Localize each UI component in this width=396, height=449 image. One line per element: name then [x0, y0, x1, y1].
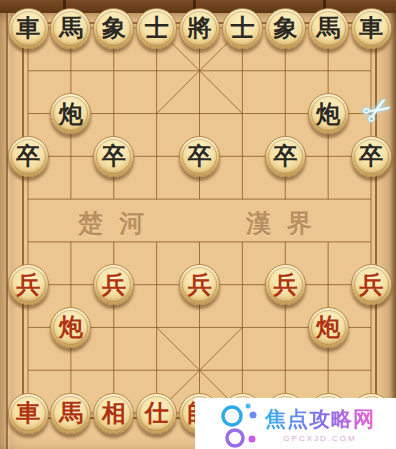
piece-red-elephant[interactable]: 相: [93, 393, 134, 434]
watermark-site-name: 焦点攻略网: [265, 405, 375, 433]
watermark-bubbles-logo: [209, 400, 261, 448]
piece-red-soldier[interactable]: 兵: [179, 264, 220, 305]
xiangqi-game-screen: 楚河 漢界 車馬象士將士象馬車炮炮卒卒卒卒卒兵兵兵兵兵炮炮車馬相仕帥仕相馬車 ✂…: [0, 0, 396, 449]
piece-black-chariot[interactable]: 車: [351, 8, 392, 49]
piece-red-cannon[interactable]: 炮: [308, 307, 349, 348]
piece-red-soldier[interactable]: 兵: [8, 264, 49, 305]
piece-red-horse[interactable]: 馬: [50, 393, 91, 434]
piece-black-soldier[interactable]: 卒: [93, 136, 134, 177]
piece-black-cannon[interactable]: 炮: [50, 93, 91, 134]
piece-red-cannon[interactable]: 炮: [50, 307, 91, 348]
piece-black-horse[interactable]: 馬: [50, 8, 91, 49]
piece-black-soldier[interactable]: 卒: [179, 136, 220, 177]
piece-black-soldier[interactable]: 卒: [8, 136, 49, 177]
piece-red-soldier[interactable]: 兵: [351, 264, 392, 305]
watermark-card: 焦点攻略网 GPCXJD.COM: [195, 398, 396, 449]
piece-black-cannon[interactable]: 炮: [308, 93, 349, 134]
pieces-layer: 車馬象士將士象馬車炮炮卒卒卒卒卒兵兵兵兵兵炮炮車馬相仕帥仕相馬車: [0, 0, 396, 449]
piece-black-elephant[interactable]: 象: [265, 8, 306, 49]
piece-black-advisor[interactable]: 士: [222, 8, 263, 49]
piece-black-soldier[interactable]: 卒: [265, 136, 306, 177]
piece-red-chariot[interactable]: 車: [8, 393, 49, 434]
piece-black-general[interactable]: 將: [179, 8, 220, 49]
piece-red-advisor[interactable]: 仕: [136, 393, 177, 434]
piece-black-chariot[interactable]: 車: [8, 8, 49, 49]
piece-black-horse[interactable]: 馬: [308, 8, 349, 49]
piece-red-soldier[interactable]: 兵: [265, 264, 306, 305]
piece-black-elephant[interactable]: 象: [93, 8, 134, 49]
piece-red-soldier[interactable]: 兵: [93, 264, 134, 305]
piece-black-advisor[interactable]: 士: [136, 8, 177, 49]
piece-black-soldier[interactable]: 卒: [351, 136, 392, 177]
watermark-site-url: GPCXJD.COM: [283, 434, 356, 443]
